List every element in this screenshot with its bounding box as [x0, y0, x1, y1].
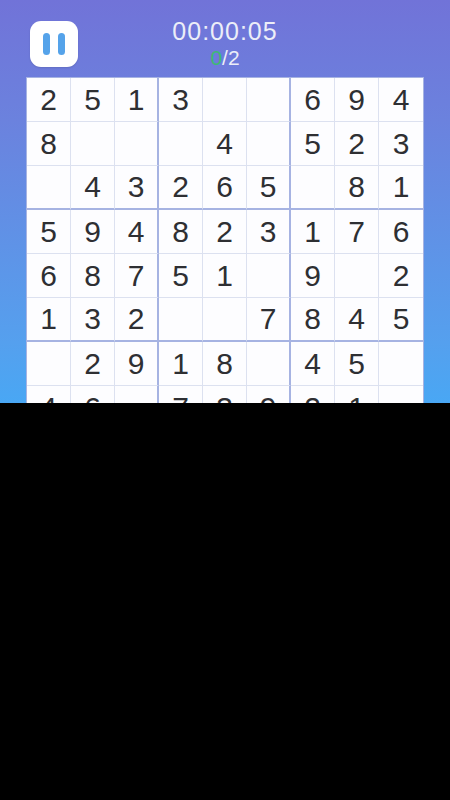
- sudoku-cell-r6c2[interactable]: 3: [71, 298, 115, 342]
- sudoku-cell-r2c5[interactable]: 4: [203, 122, 247, 166]
- sudoku-cell-r4c5[interactable]: 2: [203, 210, 247, 254]
- sudoku-cell-r5c7[interactable]: 9: [291, 254, 335, 298]
- sudoku-cell-r7c7[interactable]: 4: [291, 342, 335, 386]
- mistakes-current: 0: [210, 46, 222, 69]
- sudoku-cell-r7c8[interactable]: 5: [335, 342, 379, 386]
- sudoku-cell-r7c2[interactable]: 2: [71, 342, 115, 386]
- background-gradient: 00:00:05 0/2 251369484523432658159482317…: [0, 0, 450, 403]
- sudoku-cell-r6c1[interactable]: 1: [27, 298, 71, 342]
- sudoku-cell-r5c3[interactable]: 7: [115, 254, 159, 298]
- sudoku-cell-r6c7[interactable]: 8: [291, 298, 335, 342]
- sudoku-cell-r5c8[interactable]: [335, 254, 379, 298]
- sudoku-cell-r7c3[interactable]: 9: [115, 342, 159, 386]
- sudoku-cell-r5c9[interactable]: 2: [379, 254, 423, 298]
- sudoku-cell-r1c4[interactable]: 3: [159, 78, 203, 122]
- sudoku-cell-r6c3[interactable]: 2: [115, 298, 159, 342]
- sudoku-cell-r2c8[interactable]: 2: [335, 122, 379, 166]
- sudoku-cell-r3c4[interactable]: 2: [159, 166, 203, 210]
- sudoku-cell-r1c3[interactable]: 1: [115, 78, 159, 122]
- sudoku-cell-r4c3[interactable]: 4: [115, 210, 159, 254]
- sudoku-cell-r3c5[interactable]: 6: [203, 166, 247, 210]
- sudoku-cell-r2c3[interactable]: [115, 122, 159, 166]
- sudoku-cell-r4c1[interactable]: 5: [27, 210, 71, 254]
- sudoku-cell-r3c7[interactable]: [291, 166, 335, 210]
- sudoku-cell-r7c4[interactable]: 1: [159, 342, 203, 386]
- sudoku-cell-r4c2[interactable]: 9: [71, 210, 115, 254]
- sudoku-cell-r6c5[interactable]: [203, 298, 247, 342]
- sudoku-cell-r7c9[interactable]: [379, 342, 423, 386]
- sudoku-cell-r7c5[interactable]: 8: [203, 342, 247, 386]
- sudoku-cell-r7c1[interactable]: [27, 342, 71, 386]
- mistakes-total: /2: [222, 46, 240, 69]
- sudoku-cell-r3c6[interactable]: 5: [247, 166, 291, 210]
- sudoku-cell-r2c6[interactable]: [247, 122, 291, 166]
- sudoku-cell-r5c4[interactable]: 5: [159, 254, 203, 298]
- sudoku-cell-r2c1[interactable]: 8: [27, 122, 71, 166]
- sudoku-cell-r3c2[interactable]: 4: [71, 166, 115, 210]
- sudoku-cell-r3c1[interactable]: [27, 166, 71, 210]
- sudoku-cell-r5c2[interactable]: 8: [71, 254, 115, 298]
- sudoku-cell-r5c6[interactable]: [247, 254, 291, 298]
- sudoku-cell-r2c9[interactable]: 3: [379, 122, 423, 166]
- sudoku-cell-r3c8[interactable]: 8: [335, 166, 379, 210]
- sudoku-cell-r2c7[interactable]: 5: [291, 122, 335, 166]
- sudoku-cell-r1c2[interactable]: 5: [71, 78, 115, 122]
- sudoku-cell-r6c8[interactable]: 4: [335, 298, 379, 342]
- sudoku-cell-r5c5[interactable]: 1: [203, 254, 247, 298]
- sudoku-cell-r1c5[interactable]: [203, 78, 247, 122]
- sudoku-cell-r1c9[interactable]: 4: [379, 78, 423, 122]
- sudoku-cell-r4c8[interactable]: 7: [335, 210, 379, 254]
- sudoku-cell-r6c4[interactable]: [159, 298, 203, 342]
- sudoku-cell-r6c9[interactable]: 5: [379, 298, 423, 342]
- sudoku-cell-r1c7[interactable]: 6: [291, 78, 335, 122]
- sudoku-cell-r1c8[interactable]: 9: [335, 78, 379, 122]
- sudoku-cell-r4c9[interactable]: 6: [379, 210, 423, 254]
- sudoku-cell-r4c7[interactable]: 1: [291, 210, 335, 254]
- timer-label: 00:00:05: [0, 17, 450, 46]
- sudoku-cell-r1c6[interactable]: [247, 78, 291, 122]
- sudoku-cell-r6c6[interactable]: 7: [247, 298, 291, 342]
- letterbox-black-region: [0, 403, 450, 800]
- sudoku-cell-r3c3[interactable]: 3: [115, 166, 159, 210]
- mistakes-counter: 0/2: [0, 46, 450, 70]
- sudoku-cell-r4c6[interactable]: 3: [247, 210, 291, 254]
- sudoku-cell-r4c4[interactable]: 8: [159, 210, 203, 254]
- sudoku-cell-r3c9[interactable]: 1: [379, 166, 423, 210]
- sudoku-cell-r2c4[interactable]: [159, 122, 203, 166]
- sudoku-cell-r7c6[interactable]: [247, 342, 291, 386]
- sudoku-cell-r2c2[interactable]: [71, 122, 115, 166]
- sudoku-cell-r5c1[interactable]: 6: [27, 254, 71, 298]
- sudoku-cell-r1c1[interactable]: 2: [27, 78, 71, 122]
